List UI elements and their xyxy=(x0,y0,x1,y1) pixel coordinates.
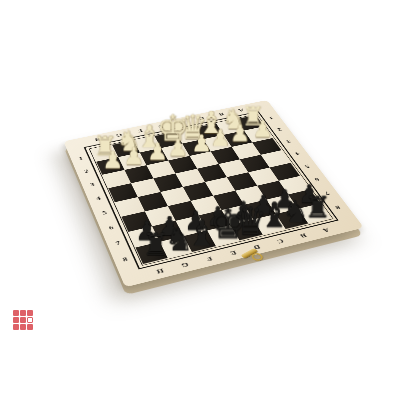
clasp-ring xyxy=(250,252,265,262)
watermark-logo xyxy=(13,310,33,330)
logo-cell-4 xyxy=(20,317,26,323)
white-pawn-icon: ♟ xyxy=(191,133,212,154)
logo-cell-6 xyxy=(13,324,19,330)
file-label-bottom-a: A xyxy=(313,225,340,236)
logo-cell-0 xyxy=(13,310,19,316)
white-pawn-icon: ♟ xyxy=(168,137,189,158)
piece-white-pawn-e2[interactable]: ♟ xyxy=(167,137,190,160)
piece-black-rook-h8[interactable]: ♜ xyxy=(143,234,169,260)
logo-cell-1 xyxy=(20,310,26,316)
white-pawn-icon: ♟ xyxy=(147,141,168,163)
logo-cell-5 xyxy=(27,317,33,323)
product-photo-canvas: HGFEDCBA HGFEDCBA 12345678 12345678 ♜♞♝♚… xyxy=(0,0,400,400)
file-label-bottom-g: G xyxy=(171,259,199,271)
chess-board: HGFEDCBA HGFEDCBA 12345678 12345678 ♜♞♝♚… xyxy=(63,100,363,287)
white-pawn-icon: ♟ xyxy=(102,150,123,172)
logo-cell-3 xyxy=(13,317,19,323)
white-pawn-icon: ♟ xyxy=(230,123,250,144)
file-label-bottom-f: F xyxy=(196,253,224,265)
file-label-bottom-c: C xyxy=(267,236,294,248)
piece-white-pawn-g2[interactable]: ♟ xyxy=(122,145,145,168)
black-rook-icon: ♜ xyxy=(142,231,169,259)
white-pawn-icon: ♟ xyxy=(210,127,231,148)
logo-cell-7 xyxy=(20,324,26,330)
piece-white-pawn-b2[interactable]: ♟ xyxy=(229,123,251,145)
white-pawn-icon: ♟ xyxy=(123,146,144,168)
piece-white-pawn-d2[interactable]: ♟ xyxy=(190,132,212,154)
logo-cell-8 xyxy=(27,324,33,330)
piece-black-king-e8[interactable]: ♚ xyxy=(216,219,241,244)
piece-white-pawn-f2[interactable]: ♟ xyxy=(146,141,169,164)
chess-board-scene: HGFEDCBA HGFEDCBA 12345678 12345678 ♜♞♝♚… xyxy=(63,100,363,287)
logo-cell-2 xyxy=(27,310,33,316)
piece-black-knight-g8[interactable]: ♞ xyxy=(166,229,192,255)
piece-white-pawn-h2[interactable]: ♟ xyxy=(101,149,124,172)
file-label-bottom-b: B xyxy=(290,230,317,241)
file-label-bottom-h: H xyxy=(146,265,174,278)
